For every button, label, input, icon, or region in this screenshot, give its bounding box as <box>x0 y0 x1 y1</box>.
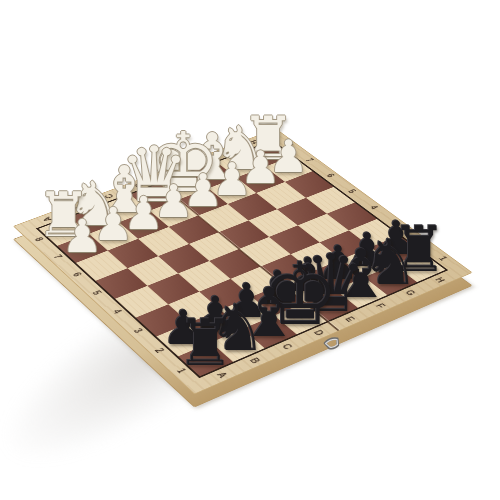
rank-label-right-7: 7 <box>291 152 328 169</box>
file-label-c: C <box>268 334 305 360</box>
file-label-far-c: C <box>93 186 125 207</box>
product-photo-stage: ABCDEFGH ABCDEFGH 87654321 87654321 ♜♞♝♛… <box>0 0 500 500</box>
file-label-far-f: F <box>182 153 214 173</box>
rank-label-right-4: 4 <box>354 198 392 217</box>
file-label-b: B <box>235 348 272 374</box>
rank-label-right-6: 6 <box>311 167 348 185</box>
file-label-a: A <box>202 362 239 389</box>
file-label-g: G <box>391 281 428 305</box>
rank-label-right-8: 8 <box>270 137 306 154</box>
file-label-far-h: H <box>238 132 270 151</box>
rank-label-right-2: 2 <box>399 232 438 251</box>
rank-label-right-3: 3 <box>377 215 415 234</box>
rank-label-right-1: 1 <box>423 249 462 269</box>
file-label-f: F <box>361 294 398 319</box>
file-label-far-g: G <box>210 143 242 163</box>
rank-label-right-5: 5 <box>333 182 371 200</box>
